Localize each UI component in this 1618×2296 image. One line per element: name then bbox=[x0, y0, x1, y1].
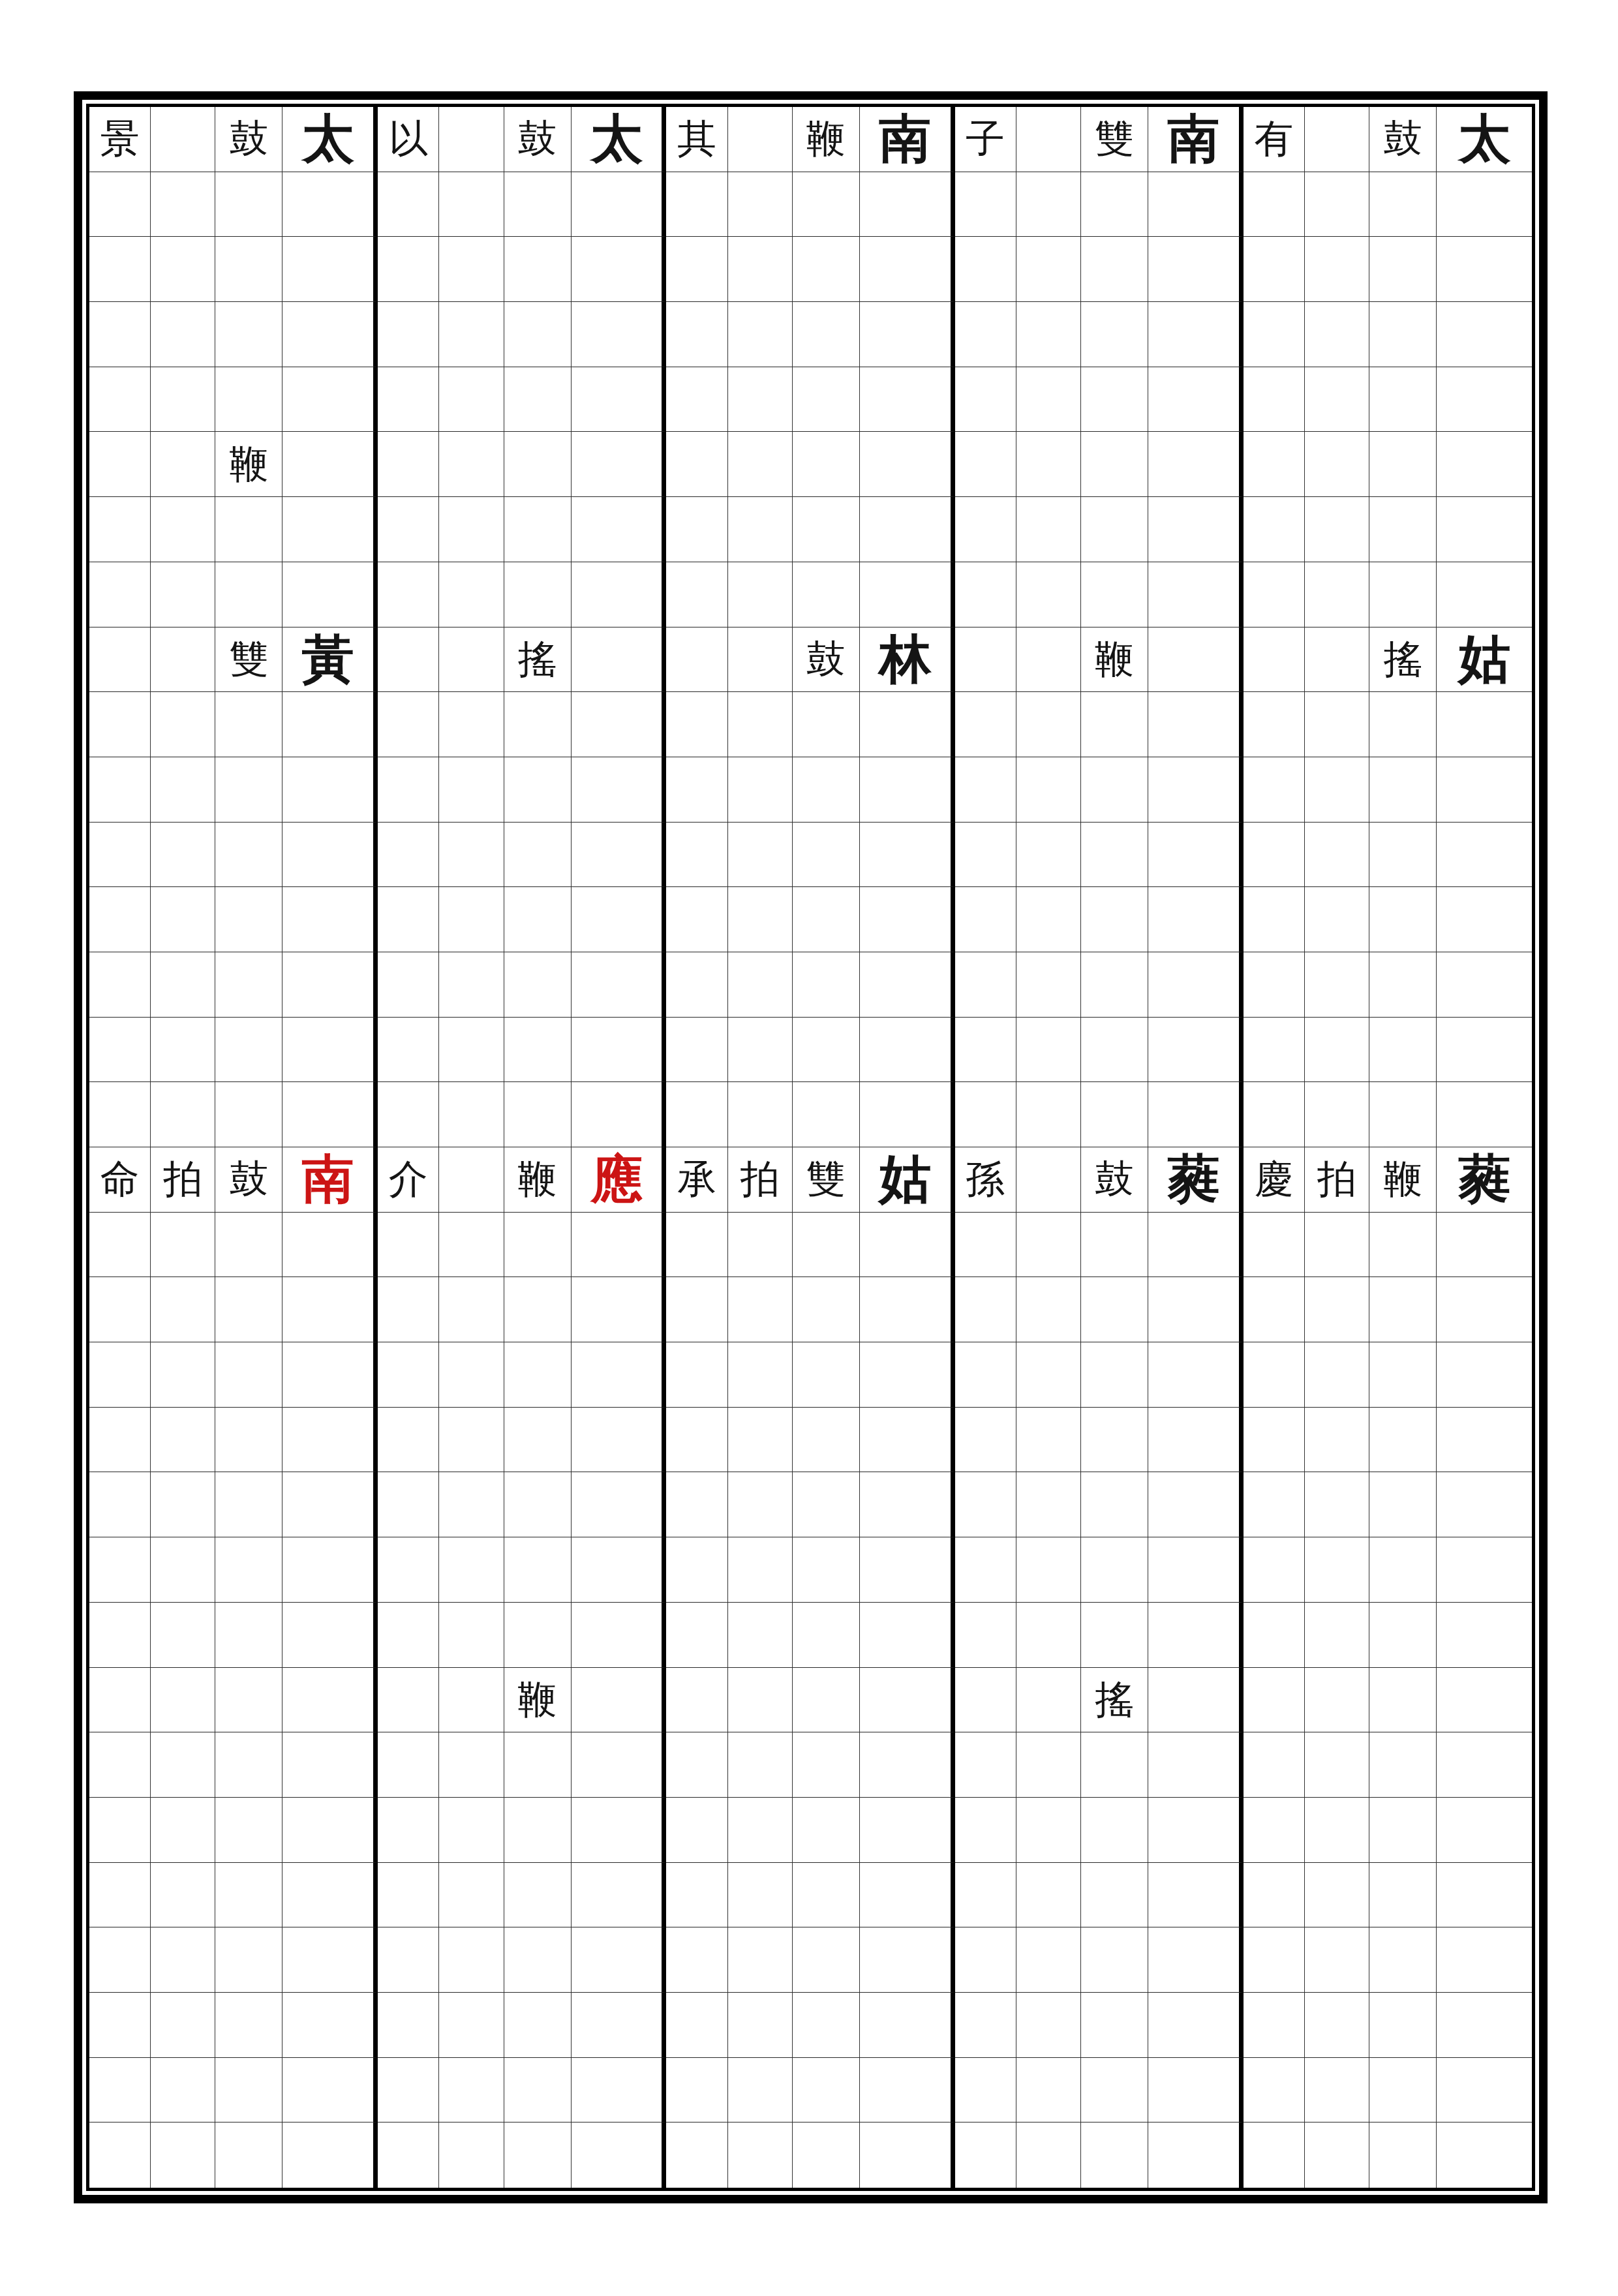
jeonggan-cell bbox=[1244, 1993, 1305, 2058]
jeonggan-cell bbox=[1369, 1018, 1437, 1083]
jeonggan-cell bbox=[1081, 692, 1148, 757]
jeonggan-cell bbox=[666, 1082, 727, 1147]
jeonggan-cell bbox=[504, 1927, 572, 1993]
jeonggan-cell bbox=[151, 107, 215, 172]
jeonggan-cell bbox=[728, 887, 793, 952]
jeonggan-cell bbox=[1305, 1018, 1369, 1083]
jeonggan-cell: 應 bbox=[572, 1147, 667, 1213]
jeonggan-cell bbox=[282, 432, 378, 497]
jeonggan-cell bbox=[1305, 1342, 1369, 1408]
jeonggan-cell bbox=[378, 627, 439, 693]
jeonggan-cell bbox=[215, 1732, 282, 1798]
jeonggan-cell bbox=[728, 1993, 793, 2058]
jeonggan-cell bbox=[1305, 172, 1369, 237]
jeonggan-cell bbox=[1081, 1472, 1148, 1537]
jeonggan-cell bbox=[1244, 1668, 1305, 1733]
jeonggan-cell bbox=[1016, 2058, 1081, 2123]
lyric-char: 子 bbox=[966, 119, 1005, 159]
jeonggan-cell bbox=[151, 952, 215, 1018]
jeonggan-cell bbox=[215, 1668, 282, 1733]
jeonggan-cell bbox=[1437, 172, 1532, 237]
jeonggan-cell bbox=[572, 887, 667, 952]
jeonggan-cell: 鼓 bbox=[793, 627, 860, 693]
lyric-char: 介 bbox=[389, 1160, 428, 1199]
jeonggan-cell bbox=[955, 1277, 1016, 1342]
jeonggan-cell bbox=[728, 823, 793, 888]
jeonggan-cell bbox=[89, 1472, 151, 1537]
jeonggan-cell bbox=[378, 1277, 439, 1342]
jeonggan-cell bbox=[666, 627, 727, 693]
jeonggan-cell bbox=[572, 1927, 667, 1993]
jeonggan-cell: 命 bbox=[89, 1147, 151, 1213]
jeonggan-cell bbox=[439, 562, 504, 627]
jeonggan-cell bbox=[215, 2122, 282, 2188]
jeonggan-cell bbox=[793, 562, 860, 627]
jeonggan-cell bbox=[955, 1668, 1016, 1733]
jeonggan-cell bbox=[955, 1472, 1016, 1537]
jeonggan-cell bbox=[728, 1277, 793, 1342]
jeonggan-cell bbox=[1437, 1668, 1532, 1733]
stroke-char: 搖 bbox=[518, 640, 557, 679]
jeonggan-cell bbox=[793, 692, 860, 757]
jeonggan-cell bbox=[378, 1082, 439, 1147]
jeonggan-cell bbox=[151, 2058, 215, 2123]
jeonggan-cell bbox=[860, 497, 955, 562]
jeonggan-cell bbox=[1244, 1408, 1305, 1473]
jeonggan-cell: 拍 bbox=[1305, 1147, 1369, 1213]
jeonggan-cell bbox=[215, 1342, 282, 1408]
jeonggan-cell bbox=[793, 1082, 860, 1147]
jeonggan-cell bbox=[1437, 367, 1532, 432]
jeonggan-cell bbox=[151, 562, 215, 627]
jeonggan-cell bbox=[1305, 1082, 1369, 1147]
jeonggan-cell bbox=[955, 692, 1016, 757]
jeonggan-cell bbox=[282, 1537, 378, 1603]
jeonggan-cell bbox=[1369, 887, 1437, 952]
jeonggan-cell bbox=[1148, 692, 1244, 757]
jeonggan-cell bbox=[151, 1668, 215, 1733]
jeonggan-cell bbox=[378, 1668, 439, 1733]
jeonggan-cell bbox=[860, 823, 955, 888]
jeonggan-cell bbox=[572, 757, 667, 823]
jeonggan-cell bbox=[1437, 757, 1532, 823]
jeonggan-cell bbox=[282, 497, 378, 562]
jeonggan-cell bbox=[282, 1668, 378, 1733]
jeonggan-cell bbox=[378, 1342, 439, 1408]
jeonggan-grid: 景鼓太以鼓太其鞭南子雙南有鼓太鞭雙黃搖鼓林鞭搖姑命拍鼓南介鞭應承拍雙姑孫鼓蕤慶拍… bbox=[89, 107, 1532, 2188]
jeonggan-cell bbox=[1244, 1927, 1305, 1993]
jeonggan-cell bbox=[439, 1277, 504, 1342]
jeonggan-cell: 姑 bbox=[1437, 627, 1532, 693]
jeonggan-cell bbox=[728, 237, 793, 302]
jeonggan-cell bbox=[1148, 1927, 1244, 1993]
jeonggan-cell bbox=[282, 562, 378, 627]
jeonggan-cell bbox=[1148, 2058, 1244, 2123]
jeonggan-cell bbox=[1016, 1603, 1081, 1668]
jeonggan-cell bbox=[151, 692, 215, 757]
lyric-char: 景 bbox=[100, 119, 140, 159]
jeonggan-cell: 鞭 bbox=[504, 1668, 572, 1733]
jeonggan-cell bbox=[572, 497, 667, 562]
jeonggan-cell: 南 bbox=[860, 107, 955, 172]
jeonggan-cell bbox=[793, 1018, 860, 1083]
jeonggan-cell bbox=[860, 1408, 955, 1473]
jeonggan-cell bbox=[151, 757, 215, 823]
jeonggan-cell bbox=[439, 627, 504, 693]
jeonggan-cell bbox=[1016, 1537, 1081, 1603]
jeonggan-cell bbox=[1369, 1472, 1437, 1537]
jeonggan-cell bbox=[504, 1603, 572, 1668]
jeonggan-cell bbox=[1437, 1277, 1532, 1342]
jeonggan-cell bbox=[504, 172, 572, 237]
jeonggan-cell bbox=[1437, 1018, 1532, 1083]
jeonggan-cell bbox=[89, 952, 151, 1018]
jeonggan-cell: 太 bbox=[282, 107, 378, 172]
jeonggan-cell bbox=[1369, 1537, 1437, 1603]
jeonggan-cell bbox=[1148, 1732, 1244, 1798]
jeonggan-cell bbox=[666, 302, 727, 367]
stroke-char: 鼓 bbox=[229, 1160, 268, 1199]
jeonggan-cell bbox=[1437, 952, 1532, 1018]
jeonggan-cell bbox=[1081, 2058, 1148, 2123]
jeonggan-cell bbox=[504, 1408, 572, 1473]
jeonggan-cell bbox=[1437, 692, 1532, 757]
jeonggan-cell bbox=[793, 237, 860, 302]
jeonggan-cell bbox=[728, 497, 793, 562]
jeonggan-cell: 姑 bbox=[860, 1147, 955, 1213]
jeonggan-cell bbox=[1148, 2122, 1244, 2188]
jeonggan-cell bbox=[151, 1213, 215, 1278]
jeonggan-cell: 慶 bbox=[1244, 1147, 1305, 1213]
jeonggan-cell: 鞭 bbox=[1081, 627, 1148, 693]
stroke-char: 鞭 bbox=[518, 1160, 557, 1199]
jeonggan-cell bbox=[728, 1082, 793, 1147]
jeonggan-cell bbox=[793, 2122, 860, 2188]
jeonggan-cell bbox=[504, 757, 572, 823]
jeonggan-cell bbox=[1081, 823, 1148, 888]
jeonggan-cell: 搖 bbox=[1081, 1668, 1148, 1733]
jeonggan-cell bbox=[1244, 1018, 1305, 1083]
lyric-char: 以 bbox=[389, 119, 428, 159]
jeonggan-cell bbox=[1244, 1277, 1305, 1342]
jeonggan-cell bbox=[860, 692, 955, 757]
jeonggan-cell bbox=[666, 432, 727, 497]
jeonggan-cell bbox=[1369, 172, 1437, 237]
jeonggan-cell bbox=[666, 1863, 727, 1928]
jeonggan-cell: 子 bbox=[955, 107, 1016, 172]
jeonggan-cell bbox=[572, 692, 667, 757]
jeonggan-cell bbox=[439, 107, 504, 172]
jeonggan-cell bbox=[860, 1082, 955, 1147]
pitch-char: 南 bbox=[879, 113, 931, 165]
jeonggan-cell bbox=[1305, 2122, 1369, 2188]
jeonggan-cell bbox=[860, 757, 955, 823]
jeonggan-cell bbox=[439, 1147, 504, 1213]
jeonggan-cell bbox=[1148, 1018, 1244, 1083]
jeonggan-cell bbox=[860, 432, 955, 497]
jeonggan-cell bbox=[572, 237, 667, 302]
jeonggan-cell bbox=[89, 1732, 151, 1798]
jeonggan-cell bbox=[504, 1993, 572, 2058]
jeonggan-cell bbox=[1244, 1798, 1305, 1863]
jeonggan-cell bbox=[666, 1472, 727, 1537]
jeonggan-cell bbox=[955, 432, 1016, 497]
jeonggan-cell bbox=[1244, 952, 1305, 1018]
jeonggan-cell bbox=[1305, 952, 1369, 1018]
jeonggan-cell bbox=[1016, 367, 1081, 432]
jeonggan-cell bbox=[728, 1472, 793, 1537]
jeonggan-cell bbox=[282, 1342, 378, 1408]
jeonggan-cell bbox=[572, 1213, 667, 1278]
jeonggan-cell bbox=[151, 432, 215, 497]
jeonggan-cell bbox=[955, 1993, 1016, 2058]
jeonggan-cell bbox=[955, 952, 1016, 1018]
jeonggan-cell bbox=[728, 172, 793, 237]
jeonggan-cell bbox=[378, 1472, 439, 1537]
jeonggan-cell bbox=[666, 1408, 727, 1473]
jeonggan-cell bbox=[1081, 952, 1148, 1018]
jeonggan-cell bbox=[151, 627, 215, 693]
jeonggan-cell bbox=[89, 757, 151, 823]
jeonggan-cell bbox=[572, 562, 667, 627]
jeonggan-cell bbox=[89, 432, 151, 497]
jeonggan-cell bbox=[439, 1213, 504, 1278]
jeonggan-cell bbox=[1016, 107, 1081, 172]
jeonggan-cell bbox=[1305, 1277, 1369, 1342]
jeonggan-cell bbox=[1081, 1277, 1148, 1342]
jeonggan-cell bbox=[1148, 1213, 1244, 1278]
jeonggan-cell bbox=[666, 757, 727, 823]
jeonggan-cell: 南 bbox=[282, 1147, 378, 1213]
jeonggan-cell bbox=[151, 1603, 215, 1668]
jeonggan-cell bbox=[1305, 1537, 1369, 1603]
jeonggan-cell bbox=[1305, 1927, 1369, 1993]
jeonggan-cell bbox=[793, 887, 860, 952]
jeonggan-cell bbox=[860, 1732, 955, 1798]
jeonggan-cell: 其 bbox=[666, 107, 727, 172]
jeonggan-cell bbox=[1016, 1732, 1081, 1798]
score-frame: 景鼓太以鼓太其鞭南子雙南有鼓太鞭雙黃搖鼓林鞭搖姑命拍鼓南介鞭應承拍雙姑孫鼓蕤慶拍… bbox=[74, 91, 1548, 2203]
jeonggan-cell bbox=[728, 1213, 793, 1278]
jeonggan-cell bbox=[955, 1408, 1016, 1473]
jeonggan-cell: 景 bbox=[89, 107, 151, 172]
jeonggan-cell bbox=[793, 757, 860, 823]
jeonggan-cell bbox=[1081, 1927, 1148, 1993]
jeonggan-cell bbox=[666, 1993, 727, 2058]
jeonggan-cell bbox=[793, 1668, 860, 1733]
jeonggan-cell bbox=[378, 1408, 439, 1473]
stroke-char: 鼓 bbox=[806, 640, 846, 679]
jeonggan-cell bbox=[955, 172, 1016, 237]
jeonggan-cell bbox=[955, 1018, 1016, 1083]
lyric-char: 命 bbox=[100, 1160, 140, 1199]
jeonggan-cell bbox=[1244, 757, 1305, 823]
jeonggan-cell bbox=[151, 1863, 215, 1928]
jeonggan-cell bbox=[215, 1993, 282, 2058]
jeonggan-cell bbox=[1016, 1863, 1081, 1928]
jeonggan-cell bbox=[572, 1798, 667, 1863]
jeonggan-cell bbox=[1437, 823, 1532, 888]
jeonggan-cell bbox=[1437, 302, 1532, 367]
jeonggan-cell bbox=[504, 367, 572, 432]
score-frame-inner: 景鼓太以鼓太其鞭南子雙南有鼓太鞭雙黃搖鼓林鞭搖姑命拍鼓南介鞭應承拍雙姑孫鼓蕤慶拍… bbox=[86, 104, 1535, 2191]
jeonggan-cell bbox=[282, 887, 378, 952]
jeonggan-cell bbox=[860, 1798, 955, 1863]
jeonggan-cell bbox=[955, 2122, 1016, 2188]
jeonggan-cell bbox=[215, 2058, 282, 2123]
jeonggan-cell bbox=[955, 2058, 1016, 2123]
jeonggan-cell bbox=[1369, 1993, 1437, 2058]
jeonggan-cell bbox=[1369, 432, 1437, 497]
jeonggan-cell bbox=[282, 2122, 378, 2188]
jeonggan-cell bbox=[89, 1863, 151, 1928]
jeonggan-cell bbox=[666, 823, 727, 888]
jeonggan-cell bbox=[439, 1472, 504, 1537]
jeonggan-cell bbox=[89, 1213, 151, 1278]
jeonggan-cell bbox=[504, 1798, 572, 1863]
jeonggan-cell bbox=[1369, 2058, 1437, 2123]
clapper-char: 拍 bbox=[740, 1160, 780, 1199]
jeonggan-cell bbox=[666, 497, 727, 562]
jeonggan-cell bbox=[504, 692, 572, 757]
jeonggan-cell bbox=[666, 2122, 727, 2188]
jeonggan-cell bbox=[439, 1342, 504, 1408]
jeonggan-cell bbox=[728, 1408, 793, 1473]
jeonggan-cell bbox=[215, 1277, 282, 1342]
jeonggan-cell bbox=[1305, 692, 1369, 757]
jeonggan-cell bbox=[504, 302, 572, 367]
jeonggan-cell bbox=[793, 823, 860, 888]
jeonggan-cell bbox=[666, 887, 727, 952]
jeonggan-cell bbox=[282, 1082, 378, 1147]
jeonggan-cell bbox=[504, 1732, 572, 1798]
jeonggan-cell bbox=[378, 302, 439, 367]
jeonggan-cell bbox=[1437, 1082, 1532, 1147]
stroke-char: 鼓 bbox=[518, 119, 557, 159]
jeonggan-cell bbox=[728, 1798, 793, 1863]
jeonggan-cell bbox=[728, 2058, 793, 2123]
jeonggan-cell bbox=[793, 367, 860, 432]
jeonggan-cell bbox=[378, 2058, 439, 2123]
jeonggan-cell bbox=[955, 1863, 1016, 1928]
jeonggan-cell: 雙 bbox=[793, 1147, 860, 1213]
jeonggan-cell bbox=[151, 1927, 215, 1993]
jeonggan-cell bbox=[215, 367, 282, 432]
jeonggan-cell bbox=[793, 1537, 860, 1603]
jeonggan-cell bbox=[1437, 562, 1532, 627]
jeonggan-cell bbox=[793, 302, 860, 367]
jeonggan-cell bbox=[151, 887, 215, 952]
pitch-char: 黃 bbox=[302, 633, 354, 686]
jeonggan-cell bbox=[504, 1342, 572, 1408]
jeonggan-cell bbox=[728, 1603, 793, 1668]
jeonggan-cell bbox=[955, 1537, 1016, 1603]
stroke-char: 鞭 bbox=[806, 119, 846, 159]
jeonggan-cell bbox=[1148, 432, 1244, 497]
jeonggan-cell bbox=[1369, 1277, 1437, 1342]
jeonggan-cell bbox=[282, 172, 378, 237]
lyric-char: 慶 bbox=[1254, 1160, 1293, 1199]
jeonggan-cell bbox=[504, 1472, 572, 1537]
lyric-char: 孫 bbox=[966, 1160, 1005, 1199]
jeonggan-cell bbox=[439, 1993, 504, 2058]
jeonggan-cell bbox=[1437, 432, 1532, 497]
jeonggan-cell bbox=[89, 627, 151, 693]
jeonggan-cell: 林 bbox=[860, 627, 955, 693]
jeonggan-cell bbox=[955, 562, 1016, 627]
jeonggan-cell bbox=[1244, 302, 1305, 367]
jeonggan-cell bbox=[728, 1018, 793, 1083]
jeonggan-cell bbox=[282, 2058, 378, 2123]
jeonggan-cell bbox=[282, 757, 378, 823]
jeonggan-cell bbox=[504, 2122, 572, 2188]
jeonggan-cell bbox=[860, 172, 955, 237]
pitch-char: 南 bbox=[302, 1153, 354, 1205]
jeonggan-cell: 鞭 bbox=[793, 107, 860, 172]
jeonggan-cell bbox=[1148, 1472, 1244, 1537]
jeonggan-cell bbox=[1305, 107, 1369, 172]
jeonggan-cell bbox=[1244, 1082, 1305, 1147]
jeonggan-cell: 拍 bbox=[728, 1147, 793, 1213]
jeonggan-cell bbox=[1437, 1927, 1532, 1993]
jeonggan-cell bbox=[439, 1082, 504, 1147]
jeonggan-cell bbox=[1016, 1472, 1081, 1537]
jeonggan-cell bbox=[728, 757, 793, 823]
pitch-char: 蕤 bbox=[1167, 1153, 1219, 1205]
jeonggan-cell bbox=[860, 1993, 955, 2058]
jeonggan-cell bbox=[1016, 172, 1081, 237]
jeonggan-cell bbox=[1016, 823, 1081, 888]
jeonggan-cell bbox=[151, 1277, 215, 1342]
jeonggan-cell bbox=[439, 757, 504, 823]
jeonggan-cell bbox=[215, 302, 282, 367]
jeonggan-cell bbox=[572, 627, 667, 693]
jeonggan-cell bbox=[1148, 757, 1244, 823]
jeonggan-cell bbox=[1369, 562, 1437, 627]
jeonggan-cell bbox=[504, 823, 572, 888]
jeonggan-cell bbox=[1016, 2122, 1081, 2188]
jeonggan-cell bbox=[439, 432, 504, 497]
jeonggan-cell bbox=[89, 172, 151, 237]
stroke-char: 雙 bbox=[806, 1160, 846, 1199]
jeonggan-cell bbox=[215, 1408, 282, 1473]
jeonggan-cell bbox=[1016, 627, 1081, 693]
jeonggan-cell: 鞭 bbox=[215, 432, 282, 497]
jeonggan-cell bbox=[1437, 1603, 1532, 1668]
jeonggan-cell bbox=[666, 367, 727, 432]
jeonggan-cell bbox=[89, 2058, 151, 2123]
jeonggan-cell bbox=[793, 1408, 860, 1473]
jeonggan-cell bbox=[439, 497, 504, 562]
jeonggan-cell bbox=[1305, 1472, 1369, 1537]
jeonggan-cell bbox=[666, 1668, 727, 1733]
jeonggan-cell bbox=[282, 1863, 378, 1928]
jeonggan-cell bbox=[89, 1668, 151, 1733]
jeonggan-cell bbox=[1081, 497, 1148, 562]
jeonggan-cell bbox=[1369, 302, 1437, 367]
stroke-char: 搖 bbox=[1095, 1680, 1134, 1719]
jeonggan-cell bbox=[1016, 1798, 1081, 1863]
pitch-char: 南 bbox=[1167, 113, 1219, 165]
jeonggan-cell bbox=[572, 1408, 667, 1473]
jeonggan-cell bbox=[151, 302, 215, 367]
jeonggan-cell bbox=[439, 1018, 504, 1083]
jeonggan-cell: 鼓 bbox=[215, 107, 282, 172]
jeonggan-cell bbox=[860, 1277, 955, 1342]
jeonggan-cell bbox=[860, 1603, 955, 1668]
pitch-char: 姑 bbox=[1458, 633, 1510, 686]
jeonggan-cell bbox=[1369, 1798, 1437, 1863]
